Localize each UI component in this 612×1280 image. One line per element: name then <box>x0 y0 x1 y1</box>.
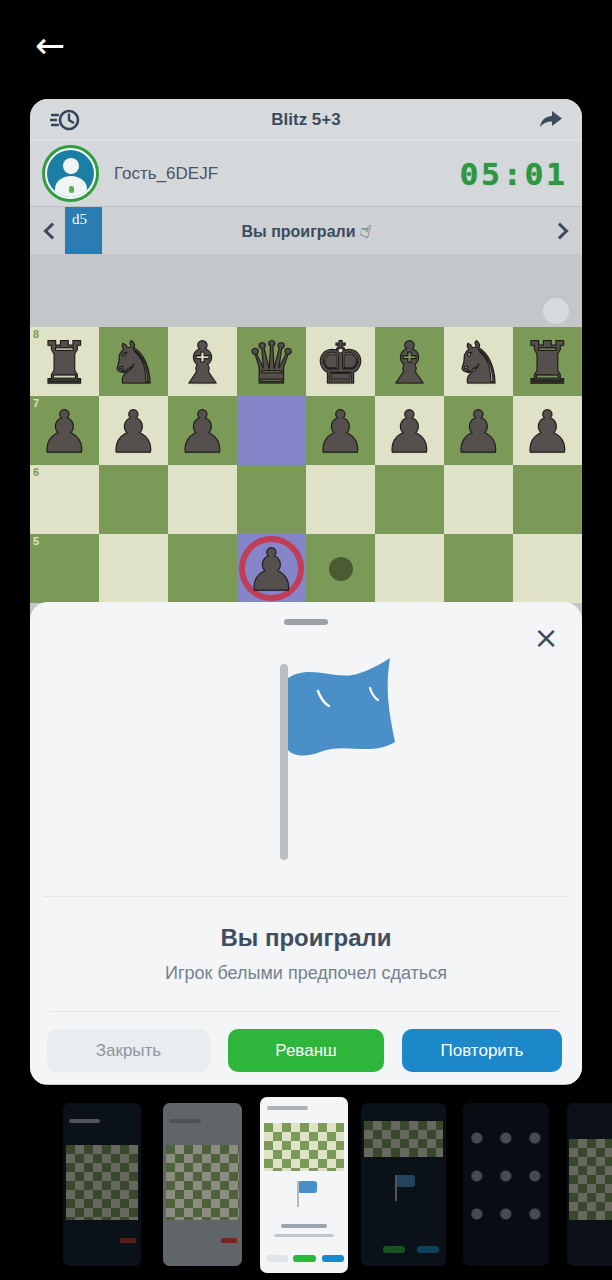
square-b8[interactable]: ♞ <box>99 327 168 396</box>
thumb-decoration <box>417 1246 439 1253</box>
viewer-topbar: ← <box>0 0 612 99</box>
square-d6[interactable] <box>237 465 306 534</box>
square-e7[interactable]: ♟ <box>306 396 375 465</box>
annotation-dot <box>329 557 353 581</box>
filmstrip-thumb-result-dark[interactable] <box>361 1103 446 1266</box>
rank-label-8: 8 <box>33 328 39 340</box>
drag-handle[interactable] <box>284 619 328 625</box>
game-header: Blitz 5+3 <box>30 99 582 141</box>
thumb-flag-icon <box>299 1181 317 1193</box>
thumb-decoration <box>281 1224 327 1228</box>
status-label: Вы проиграли <box>241 223 355 240</box>
filmstrip-thumb-analysis[interactable] <box>567 1103 612 1266</box>
square-a5[interactable]: 5 <box>30 534 99 603</box>
result-sheet: × Вы проиграли Игрок белыми предпочел сд… <box>30 602 582 1084</box>
black-bishop-c8[interactable]: ♝ <box>168 327 237 396</box>
game-title: Blitz 5+3 <box>30 99 582 141</box>
thumb-decoration <box>274 1234 334 1237</box>
repeat-button[interactable]: Повторить <box>402 1029 562 1072</box>
floating-indicator-circle <box>543 298 569 324</box>
black-pawn-a7[interactable]: ♟ <box>30 396 99 465</box>
square-f8[interactable]: ♝ <box>375 327 444 396</box>
black-rook-a8[interactable]: ♜ <box>30 327 99 396</box>
divider <box>44 896 568 897</box>
board-top-margin <box>30 254 582 327</box>
share-icon[interactable] <box>538 108 564 132</box>
black-pawn-e7[interactable]: ♟ <box>306 396 375 465</box>
square-b7[interactable]: ♟ <box>99 396 168 465</box>
black-pawn-b7[interactable]: ♟ <box>99 396 168 465</box>
black-queen-d8[interactable]: ♛ <box>237 327 306 396</box>
black-pawn-c7[interactable]: ♟ <box>168 396 237 465</box>
square-g8[interactable]: ♞ <box>444 327 513 396</box>
black-king-e8[interactable]: ♚ <box>306 327 375 396</box>
tap-gesture-icon: ☝ <box>352 206 377 255</box>
square-g6[interactable] <box>444 465 513 534</box>
screenshot-photo[interactable]: Blitz 5+3 Гость_6DEJF 05:01 d5 Вы проигр… <box>30 99 582 1085</box>
avatar[interactable] <box>42 145 99 202</box>
square-f6[interactable] <box>375 465 444 534</box>
result-title: Вы проиграли <box>30 924 582 952</box>
black-pawn-h7[interactable]: ♟ <box>513 396 582 465</box>
thumb-flag-icon <box>395 1175 397 1201</box>
player-name: Гость_6DEJF <box>114 141 218 206</box>
square-e8[interactable]: ♚ <box>306 327 375 396</box>
thumb-mini-board <box>66 1145 138 1220</box>
filmstrip <box>0 1097 612 1274</box>
square-e5[interactable] <box>306 534 375 603</box>
thumb-decoration <box>267 1106 307 1110</box>
square-g5[interactable] <box>444 534 513 603</box>
square-f5[interactable] <box>375 534 444 603</box>
square-h6[interactable] <box>513 465 582 534</box>
close-button[interactable]: Закрыть <box>47 1029 210 1072</box>
avatar-person-icon <box>47 150 94 197</box>
thumb-mini-board <box>569 1139 612 1221</box>
square-a6[interactable]: 6 <box>30 465 99 534</box>
square-a7[interactable]: 7♟ <box>30 396 99 465</box>
thumb-decoration <box>293 1255 316 1262</box>
square-c7[interactable]: ♟ <box>168 396 237 465</box>
square-c6[interactable] <box>168 465 237 534</box>
opponent-row: Гость_6DEJF 05:01 <box>30 141 582 206</box>
move-navigation-bar: d5 Вы проиграли☝ <box>30 206 582 254</box>
square-b5[interactable] <box>99 534 168 603</box>
square-c5[interactable] <box>168 534 237 603</box>
square-h7[interactable]: ♟ <box>513 396 582 465</box>
thumb-decoration <box>221 1238 237 1243</box>
square-a8[interactable]: 8♜ <box>30 327 99 396</box>
black-bishop-f8[interactable]: ♝ <box>375 327 444 396</box>
thumb-clock-dials <box>468 1119 544 1246</box>
rank-label-7: 7 <box>33 397 39 409</box>
black-pawn-f7[interactable]: ♟ <box>375 396 444 465</box>
square-d8[interactable]: ♛ <box>237 327 306 396</box>
chess-board: 8♜♞♝♛♚♝♞♜7♟♟♟♟♟♟♟65♟ <box>30 327 582 603</box>
square-d5[interactable]: ♟ <box>237 534 306 603</box>
divider <box>50 1011 562 1012</box>
thumb-mini-board <box>166 1145 239 1220</box>
black-knight-b8[interactable]: ♞ <box>99 327 168 396</box>
square-h8[interactable]: ♜ <box>513 327 582 396</box>
black-pawn-d5[interactable]: ♟ <box>237 534 306 603</box>
photo-viewer-screen: ← Blitz 5+3 Гость_6DEJF 05:01 <box>0 0 612 1280</box>
thumb-mini-board <box>364 1121 442 1157</box>
filmstrip-thumb-current[interactable] <box>260 1097 348 1273</box>
game-status-text: Вы проиграли☝ <box>30 207 582 255</box>
thumb-decoration <box>69 1119 100 1123</box>
thumb-decoration <box>120 1238 136 1243</box>
thumb-mini-board <box>264 1123 345 1171</box>
thumb-decoration <box>267 1255 288 1262</box>
rank-label-5: 5 <box>33 535 39 547</box>
thumb-flag-icon <box>397 1175 415 1187</box>
square-h5[interactable] <box>513 534 582 603</box>
square-g7[interactable]: ♟ <box>444 396 513 465</box>
black-rook-h8[interactable]: ♜ <box>513 327 582 396</box>
resign-flag-illustration <box>246 658 396 864</box>
thumb-decoration <box>322 1255 345 1262</box>
close-icon[interactable]: × <box>526 618 566 658</box>
square-e6[interactable] <box>306 465 375 534</box>
result-buttons: Закрыть Реванш Повторить <box>47 1029 563 1072</box>
square-c8[interactable]: ♝ <box>168 327 237 396</box>
square-f7[interactable]: ♟ <box>375 396 444 465</box>
square-d7[interactable] <box>237 396 306 465</box>
back-arrow-icon[interactable]: ← <box>28 24 72 68</box>
rank-label-6: 6 <box>33 466 39 478</box>
rematch-button[interactable]: Реванш <box>228 1029 384 1072</box>
filmstrip-thumb-time-controls[interactable] <box>463 1103 549 1266</box>
square-b6[interactable] <box>99 465 168 534</box>
player-clock: 05:01 <box>460 156 568 192</box>
filmstrip-thumb-game-dark[interactable] <box>63 1103 141 1266</box>
result-subtitle: Игрок белыми предпочел сдаться <box>30 963 582 984</box>
black-pawn-g7[interactable]: ♟ <box>444 396 513 465</box>
black-knight-g8[interactable]: ♞ <box>444 327 513 396</box>
thumb-decoration <box>383 1246 405 1253</box>
filmstrip-thumb-game-gray[interactable] <box>163 1103 242 1266</box>
thumb-decoration <box>169 1119 201 1123</box>
